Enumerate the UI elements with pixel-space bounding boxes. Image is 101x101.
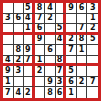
sudoku-cell-given: 2 (87, 24, 98, 35)
sudoku-cell-given: 9 (66, 3, 77, 14)
sudoku-cell-empty[interactable] (77, 14, 88, 25)
sudoku-cell-empty[interactable] (87, 66, 98, 77)
sudoku-cell-empty[interactable] (45, 24, 56, 35)
sudoku-cell-given: 1 (35, 56, 46, 67)
sudoku-cell-given: 4 (3, 56, 14, 67)
sudoku-cell-given: 9 (45, 77, 56, 88)
sudoku-cell-empty[interactable] (45, 66, 56, 77)
sudoku-cell-given: 4 (45, 3, 56, 14)
sudoku-cell-given: 1 (66, 87, 77, 98)
sudoku-cell-given: 1 (77, 45, 88, 56)
sudoku-cell-empty[interactable] (3, 45, 14, 56)
sudoku-cell-given: 5 (24, 3, 35, 14)
sudoku-cell-given: 6 (56, 87, 67, 98)
sudoku-cell-given: 6 (35, 24, 46, 35)
sudoku-cell-given: 3 (3, 14, 14, 25)
sudoku-cell-given: 5 (66, 66, 77, 77)
sudoku-cell-given: 2 (66, 35, 77, 46)
sudoku-cell-given: 8 (56, 56, 67, 67)
sudoku-cell-empty[interactable] (45, 56, 56, 67)
sudoku-cell-empty[interactable] (87, 56, 98, 67)
sudoku-cell-empty[interactable] (56, 45, 67, 56)
sudoku-cell-empty[interactable] (35, 45, 46, 56)
sudoku-cell-given: 9 (24, 45, 35, 56)
sudoku-cell-given: 6 (45, 45, 56, 56)
sudoku-cell-given: 7 (87, 77, 98, 88)
sudoku-cell-given: 2 (35, 66, 46, 77)
sudoku-cell-empty[interactable] (87, 87, 98, 98)
sudoku-cell-given: 2 (24, 87, 35, 98)
sudoku-board: 5849633647211657294285896714271893275193… (0, 0, 101, 101)
sudoku-cell-empty[interactable] (24, 66, 35, 77)
sudoku-cell-empty[interactable] (77, 56, 88, 67)
sudoku-cell-empty[interactable] (14, 3, 25, 14)
sudoku-cell-given: 3 (14, 66, 25, 77)
sudoku-cell-given: 9 (3, 66, 14, 77)
sudoku-cell-given: 2 (77, 77, 88, 88)
sudoku-cell-empty[interactable] (3, 35, 14, 46)
sudoku-cell-given: 1 (87, 14, 98, 25)
sudoku-cell-given: 8 (45, 87, 56, 98)
sudoku-cell-empty[interactable] (3, 24, 14, 35)
sudoku-cell-given: 4 (24, 14, 35, 25)
sudoku-cell-empty[interactable] (35, 77, 46, 88)
sudoku-cell-given: 8 (14, 45, 25, 56)
sudoku-cell-empty[interactable] (24, 35, 35, 46)
sudoku-cell-empty[interactable] (66, 24, 77, 35)
sudoku-cell-given: 1 (24, 24, 35, 35)
sudoku-cell-empty[interactable] (56, 14, 67, 25)
sudoku-cell-empty[interactable] (24, 77, 35, 88)
sudoku-cell-empty[interactable] (66, 14, 77, 25)
sudoku-cell-given: 2 (45, 14, 56, 25)
sudoku-cell-empty[interactable] (77, 66, 88, 77)
sudoku-cell-empty[interactable] (77, 87, 88, 98)
sudoku-cell-empty[interactable] (45, 35, 56, 46)
sudoku-cell-empty[interactable] (66, 56, 77, 67)
sudoku-cell-given: 6 (14, 14, 25, 25)
sudoku-cell-given: 3 (87, 3, 98, 14)
sudoku-cell-given: 8 (77, 35, 88, 46)
sudoku-cell-given: 7 (35, 14, 46, 25)
sudoku-cell-given: 7 (3, 87, 14, 98)
sudoku-cell-given: 1 (3, 77, 14, 88)
sudoku-cell-given: 2 (14, 56, 25, 67)
sudoku-cell-given: 9 (35, 35, 46, 46)
sudoku-cell-given: 7 (56, 66, 67, 77)
sudoku-cell-empty[interactable] (87, 45, 98, 56)
sudoku-cell-empty[interactable] (14, 24, 25, 35)
sudoku-cell-given: 6 (66, 77, 77, 88)
sudoku-cell-empty[interactable] (14, 77, 25, 88)
sudoku-cell-given: 4 (56, 35, 67, 46)
sudoku-cell-given: 7 (77, 24, 88, 35)
sudoku-cell-given: 4 (14, 87, 25, 98)
sudoku-cell-empty[interactable] (56, 3, 67, 14)
sudoku-cell-given: 7 (66, 45, 77, 56)
sudoku-cell-given: 8 (35, 3, 46, 14)
sudoku-cell-empty[interactable] (35, 87, 46, 98)
sudoku-cell-empty[interactable] (3, 3, 14, 14)
sudoku-cell-given: 3 (56, 77, 67, 88)
sudoku-cell-empty[interactable] (14, 35, 25, 46)
sudoku-cell-given: 5 (87, 35, 98, 46)
sudoku-cell-given: 7 (24, 56, 35, 67)
sudoku-cell-given: 6 (77, 3, 88, 14)
sudoku-cell-given: 5 (56, 24, 67, 35)
